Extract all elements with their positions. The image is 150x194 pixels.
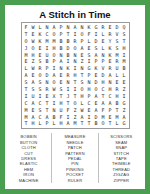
grid-cell: P xyxy=(93,58,100,65)
grid-cell: P xyxy=(58,31,65,38)
grid-cell: E xyxy=(30,31,37,38)
grid-cell: S xyxy=(23,79,30,86)
grid-cell: H xyxy=(30,120,37,127)
grid-cell: N xyxy=(72,58,79,65)
grid-cell: S xyxy=(37,86,44,93)
grid-cell: C xyxy=(107,93,114,100)
grid-cell: A xyxy=(44,114,51,121)
grid-cell: L xyxy=(79,100,86,107)
word-column: MEASURENEEDLEPATCHPATTERNPEDALPINPINKING… xyxy=(51,133,97,183)
grid-cell: L xyxy=(37,120,44,127)
grid-cell: L xyxy=(86,38,93,45)
grid-cell: G xyxy=(93,24,100,31)
grid-cell: H xyxy=(114,93,121,100)
grid-cell: R xyxy=(72,38,79,45)
grid-cell: W xyxy=(51,86,58,93)
grid-cell: B xyxy=(51,114,58,121)
grid-cell: E xyxy=(93,100,100,107)
grid-cell: E xyxy=(107,114,114,121)
grid-cell: F xyxy=(58,114,65,121)
grid-cell: S xyxy=(37,79,44,86)
word-list-item: MACHINE xyxy=(19,178,39,183)
grid-cell: N xyxy=(65,79,72,86)
grid-cell: H xyxy=(100,79,107,86)
grid-cell: F xyxy=(86,31,93,38)
grid-cell: I xyxy=(121,52,128,59)
grid-cell: S xyxy=(58,86,65,93)
grid-cell: A xyxy=(121,114,128,121)
grid-cell: I xyxy=(51,100,58,107)
grid-cell: C xyxy=(23,100,30,107)
grid-cell: H xyxy=(107,86,114,93)
grid-cell: K xyxy=(107,45,114,52)
grid-cell: C xyxy=(44,31,51,38)
grid-cell: U xyxy=(30,93,37,100)
grid-cell: L xyxy=(51,120,58,127)
grid-cell: R xyxy=(114,58,121,65)
grid-cell: N xyxy=(100,52,107,59)
grid-cell: E xyxy=(121,79,128,86)
grid-cell: A xyxy=(30,100,37,107)
grid-cell: A xyxy=(23,72,30,79)
grid-cell: T xyxy=(44,107,51,114)
grid-cell: R xyxy=(100,24,107,31)
grid-cell: Z xyxy=(121,86,128,93)
grid-cell: N xyxy=(86,79,93,86)
grid-cell: N xyxy=(79,65,86,72)
grid-cell: R xyxy=(65,72,72,79)
grid-cell: I xyxy=(44,45,51,52)
grid-cell: M xyxy=(114,52,121,59)
grid-cell: T xyxy=(23,120,30,127)
grid-cell: E xyxy=(93,72,100,79)
grid-cell: H xyxy=(86,86,93,93)
grid-cell: T xyxy=(86,120,93,127)
word-search-grid: FWLNAPNANKGREDQTEKCOPTIOFILRVSOWKMMBBRPL… xyxy=(21,22,130,129)
grid-cell: S xyxy=(121,31,128,38)
grid-cell: T xyxy=(44,100,51,107)
grid-cell: S xyxy=(114,38,121,45)
grid-cell: T xyxy=(65,100,72,107)
grid-cell: V xyxy=(100,65,107,72)
grid-cell: D xyxy=(100,72,107,79)
grid-cell: N xyxy=(44,24,51,31)
grid-cell: I xyxy=(93,31,100,38)
grid-cell: E xyxy=(23,58,30,65)
grid-cell: L xyxy=(23,65,30,72)
grid-cell: A xyxy=(79,45,86,52)
grid-cell: R xyxy=(114,86,121,93)
grid-cell: N xyxy=(72,52,79,59)
word-list: BOBBINBUTTONCLOTHCUTDRESSELASTICHEMIRONM… xyxy=(6,133,144,183)
grid-cell: B xyxy=(58,38,65,45)
grid-cell: I xyxy=(72,65,79,72)
grid-cell: S xyxy=(86,52,93,59)
grid-cell: R xyxy=(107,31,114,38)
grid-cell: I xyxy=(65,114,72,121)
grid-cell: P xyxy=(44,120,51,127)
grid-cell: E xyxy=(107,24,114,31)
grid-cell: A xyxy=(72,24,79,31)
grid-cell: W xyxy=(30,65,37,72)
grid-cell: H xyxy=(30,52,37,59)
grid-cell: A xyxy=(107,100,114,107)
grid-cell: D xyxy=(44,72,51,79)
grid-cell: N xyxy=(58,65,65,72)
grid-cell: I xyxy=(72,86,79,93)
grid-cell: E xyxy=(100,38,107,45)
grid-cell: Z xyxy=(121,107,128,114)
grid-cell: D xyxy=(93,79,100,86)
grid-cell: E xyxy=(30,72,37,79)
grid-cell: M xyxy=(72,120,79,127)
grid-cell: M xyxy=(23,52,30,59)
grid-cell: W xyxy=(30,38,37,45)
grid-cell: H xyxy=(72,72,79,79)
word-list-item: ZIPPER xyxy=(113,178,129,183)
grid-cell: O xyxy=(79,31,86,38)
grid-cell: L xyxy=(100,31,107,38)
grid-cell: E xyxy=(86,107,93,114)
grid-cell: O xyxy=(37,72,44,79)
grid-cell: U xyxy=(114,65,121,72)
grid-cell: R xyxy=(107,65,114,72)
grid-cell: A xyxy=(79,114,86,121)
grid-cell: I xyxy=(86,58,93,65)
grid-cell: E xyxy=(58,72,65,79)
grid-cell: A xyxy=(58,58,65,65)
grid-cell: S xyxy=(93,45,100,52)
grid-cell: G xyxy=(121,100,128,107)
grid-cell: N xyxy=(58,52,65,59)
grid-cell: I xyxy=(72,31,79,38)
grid-cell: L xyxy=(100,45,107,52)
grid-cell: T xyxy=(23,31,30,38)
grid-cell: E xyxy=(37,52,44,59)
grid-cell: T xyxy=(58,93,65,100)
grid-cell: L xyxy=(121,72,128,79)
grid-cell: I xyxy=(121,93,128,100)
grid-cell: E xyxy=(79,52,86,59)
grid-cell: J xyxy=(65,93,72,100)
grid-cell: M xyxy=(23,114,30,121)
grid-cell: L xyxy=(114,72,121,79)
grid-cell: M xyxy=(44,38,51,45)
grid-cell: B xyxy=(65,38,72,45)
grid-cell: P xyxy=(100,58,107,65)
grid-cell: H xyxy=(79,93,86,100)
grid-cell: O xyxy=(100,120,107,127)
grid-cell: U xyxy=(44,52,51,59)
grid-cell: C xyxy=(86,100,93,107)
grid-cell: B xyxy=(65,52,72,59)
grid-cell: O xyxy=(93,86,100,93)
grid-cell: E xyxy=(58,79,65,86)
grid-cell: S xyxy=(30,86,37,93)
grid-cell: L xyxy=(114,120,121,127)
grid-cell: A xyxy=(93,107,100,114)
grid-cell: A xyxy=(30,114,37,121)
grid-cell: P xyxy=(51,58,58,65)
grid-cell: N xyxy=(107,79,114,86)
grid-cell: Z xyxy=(72,107,79,114)
grid-cell: A xyxy=(65,120,72,127)
grid-cell: M xyxy=(121,58,128,65)
grid-cell: Y xyxy=(107,38,114,45)
grid-cell: H xyxy=(58,100,65,107)
grid-cell: I xyxy=(65,58,72,65)
grid-cell: D xyxy=(93,38,100,45)
grid-cell: O xyxy=(79,86,86,93)
grid-cell: S xyxy=(37,107,44,114)
grid-cell: U xyxy=(58,107,65,114)
grid-cell: A xyxy=(51,24,58,31)
grid-cell: K xyxy=(37,31,44,38)
grid-cell: E xyxy=(44,93,51,100)
grid-cell: T xyxy=(79,120,86,127)
grid-cell: A xyxy=(100,100,107,107)
grid-cell: Z xyxy=(72,114,79,121)
grid-cell: C xyxy=(37,114,44,121)
grid-cell: O xyxy=(30,45,37,52)
grid-cell: W xyxy=(79,107,86,114)
grid-cell: A xyxy=(51,72,58,79)
grid-cell: I xyxy=(23,93,30,100)
grid-cell: C xyxy=(100,86,107,93)
word-list-item: RULER xyxy=(68,178,83,183)
grid-cell: P xyxy=(86,93,93,100)
grid-cell: F xyxy=(100,107,107,114)
grid-cell: O xyxy=(72,45,79,52)
grid-cell: C xyxy=(37,100,44,107)
grid-cell: M xyxy=(51,38,58,45)
grid-cell: A xyxy=(93,52,100,59)
grid-cell: K xyxy=(37,38,44,45)
grid-cell: I xyxy=(86,114,93,121)
grid-cell: I xyxy=(37,93,44,100)
grid-cell: J xyxy=(23,45,30,52)
grid-cell: H xyxy=(58,120,65,127)
word-column: BOBBINBUTTONCLOTHCUTDRESSELASTICHEMIRONM… xyxy=(6,133,51,183)
grid-cell: T xyxy=(121,38,128,45)
grid-cell: R xyxy=(44,86,51,93)
grid-cell: T xyxy=(72,93,79,100)
grid-cell: D xyxy=(114,24,121,31)
grid-cell: I xyxy=(65,86,72,93)
grid-cell: P xyxy=(58,24,65,31)
grid-cell: B xyxy=(93,120,100,127)
grid-cell: M xyxy=(100,114,107,121)
grid-cell: B xyxy=(44,58,51,65)
grid-cell: S xyxy=(37,58,44,65)
grid-cell: F xyxy=(23,24,30,31)
grid-cell: H xyxy=(121,45,128,52)
grid-cell: N xyxy=(44,79,51,86)
grid-cell: H xyxy=(51,45,58,52)
grid-cell: I xyxy=(51,65,58,72)
grid-cell: E xyxy=(37,45,44,52)
grid-cell: D xyxy=(93,114,100,121)
grid-cell: B xyxy=(114,100,121,107)
grid-cell: A xyxy=(107,72,114,79)
grid-cell: P xyxy=(79,38,86,45)
grid-cell: B xyxy=(58,45,65,52)
grid-cell: K xyxy=(107,52,114,59)
grid-cell: G xyxy=(121,120,128,127)
grid-cell: E xyxy=(114,79,121,86)
grid-cell: P xyxy=(86,72,93,79)
grid-cell: O xyxy=(72,100,79,107)
grid-cell: D xyxy=(65,45,72,52)
grid-cell: N xyxy=(65,24,72,31)
grid-cell: V xyxy=(114,31,121,38)
grid-cell: S xyxy=(114,45,121,52)
grid-cell: K xyxy=(65,65,72,72)
grid-cell: O xyxy=(51,52,58,59)
grid-cell: B xyxy=(121,65,128,72)
grid-cell: Z xyxy=(79,58,86,65)
grid-cell: W xyxy=(30,24,37,31)
grid-cell: R xyxy=(37,65,44,72)
grid-cell: T xyxy=(72,79,79,86)
grid-cell: O xyxy=(51,31,58,38)
grid-cell: F xyxy=(65,107,72,114)
grid-cell: M xyxy=(23,107,30,114)
grid-cell: X xyxy=(51,93,58,100)
grid-cell: P xyxy=(44,65,51,72)
grid-cell: E xyxy=(86,45,93,52)
grid-cell: O xyxy=(23,38,30,45)
grid-cell: T xyxy=(79,72,86,79)
puzzle-title: A Stitch in Time xyxy=(39,9,110,20)
grid-cell: T xyxy=(114,107,121,114)
grid-cell: N xyxy=(79,24,86,31)
grid-cell: E xyxy=(107,58,114,65)
grid-cell: S xyxy=(79,79,86,86)
grid-cell: O xyxy=(51,79,58,86)
grid-cell: L xyxy=(37,24,44,31)
grid-cell: P xyxy=(107,107,114,114)
grid-cell: T xyxy=(23,86,30,93)
grid-cell: A xyxy=(93,93,100,100)
grid-cell: A xyxy=(30,79,37,86)
grid-cell: E xyxy=(30,107,37,114)
grid-cell: T xyxy=(65,31,72,38)
page-border-frame: A Stitch in Time FWLNAPNANKGREDQTEKCOPTI… xyxy=(0,0,150,194)
grid-cell: K xyxy=(93,65,100,72)
grid-cell: K xyxy=(86,24,93,31)
grid-cell: T xyxy=(107,120,114,127)
word-column: SCISSORSSEAMSNAPSTITCHTAPETHIMBLETHREADZ… xyxy=(98,133,144,183)
grid-cell: T xyxy=(100,93,107,100)
grid-cell: N xyxy=(51,107,58,114)
grid-cell: M xyxy=(114,114,121,121)
grid-cell: G xyxy=(86,65,93,72)
grid-cell: Z xyxy=(30,58,37,65)
grid-cell: Q xyxy=(121,24,128,31)
